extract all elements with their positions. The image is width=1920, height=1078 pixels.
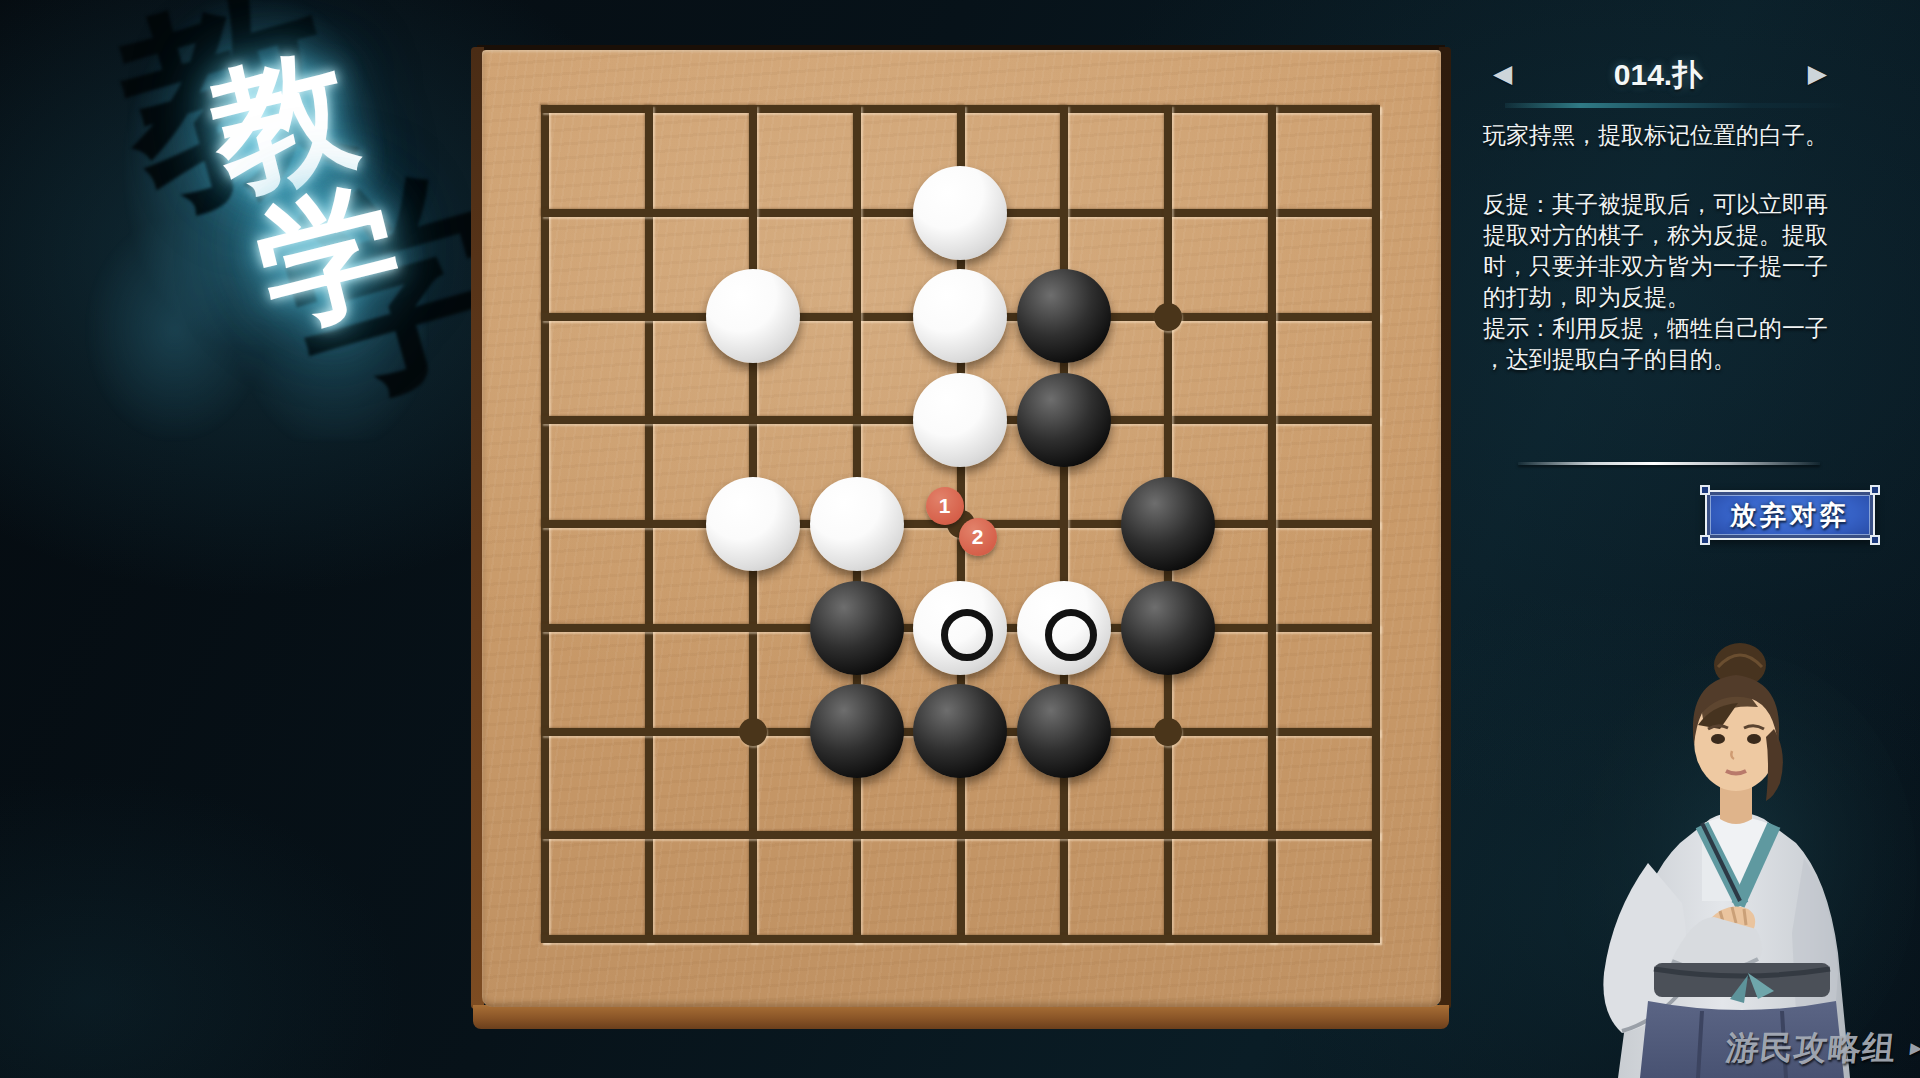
- button-corner-ornament: [1870, 535, 1880, 545]
- move-order-marker-1: 1: [926, 487, 964, 525]
- tutorial-calligraphy-art: 教 学 教 学: [55, 0, 425, 440]
- stone-black[interactable]: [1017, 684, 1111, 778]
- prev-lesson-arrow-icon[interactable]: ◀: [1493, 61, 1512, 86]
- stone-white[interactable]: [706, 477, 800, 571]
- stone-black[interactable]: [810, 581, 904, 675]
- lesson-tip-text: 提示：利用反提，牺牲自己的一子 ，达到提取白子的目的。: [1483, 313, 1875, 375]
- title-underline-bar: [1505, 103, 1847, 108]
- panel-divider-line: [1518, 462, 1820, 465]
- guide-group-watermark: 游民攻略组 ►: [1724, 1026, 1920, 1071]
- stone-white[interactable]: [810, 477, 904, 571]
- lesson-objective-text: 玩家持黑，提取标记位置的白子。: [1483, 120, 1875, 151]
- stone-black[interactable]: [810, 684, 904, 778]
- move-order-marker-2: 2: [959, 518, 997, 556]
- give-up-button-label: 放弃对弈: [1730, 498, 1850, 533]
- button-corner-ornament: [1700, 485, 1710, 495]
- watermark-arrow-icon: ►: [1905, 1037, 1920, 1059]
- stone-white-marked[interactable]: [913, 581, 1007, 675]
- lesson-nav: ◀ 014.扑 ▶: [1483, 55, 1875, 95]
- stone-black[interactable]: [1017, 269, 1111, 363]
- tutorial-panel: ◀ 014.扑 ▶ 玩家持黑，提取标记位置的白子。 反提：其子被提取后，可以立即…: [1483, 55, 1875, 375]
- stone-white-marked[interactable]: [1017, 581, 1111, 675]
- lesson-rule-text: 反提：其子被提取后，可以立即再 提取对方的棋子，称为反提。提取 时，只要并非双方…: [1483, 189, 1875, 313]
- stone-black[interactable]: [1121, 477, 1215, 571]
- board-bottom-face: [473, 1005, 1449, 1029]
- watermark-text: 游民攻略组: [1724, 1029, 1898, 1066]
- next-lesson-arrow-icon[interactable]: ▶: [1808, 61, 1827, 86]
- stone-black[interactable]: [1017, 373, 1111, 467]
- stones-grid[interactable]: [493, 57, 1428, 991]
- button-corner-ornament: [1700, 535, 1710, 545]
- give-up-game-button[interactable]: 放弃对弈: [1705, 490, 1875, 540]
- stone-black[interactable]: [1121, 581, 1215, 675]
- lesson-title: 014.扑: [1493, 55, 1823, 96]
- tutor-character-portrait: [1552, 633, 1920, 1078]
- button-corner-ornament: [1870, 485, 1880, 495]
- stone-white[interactable]: [706, 269, 800, 363]
- go-board[interactable]: 12: [471, 45, 1451, 1029]
- stone-white[interactable]: [913, 166, 1007, 260]
- stone-black[interactable]: [913, 684, 1007, 778]
- stone-white[interactable]: [913, 373, 1007, 467]
- stone-white[interactable]: [913, 269, 1007, 363]
